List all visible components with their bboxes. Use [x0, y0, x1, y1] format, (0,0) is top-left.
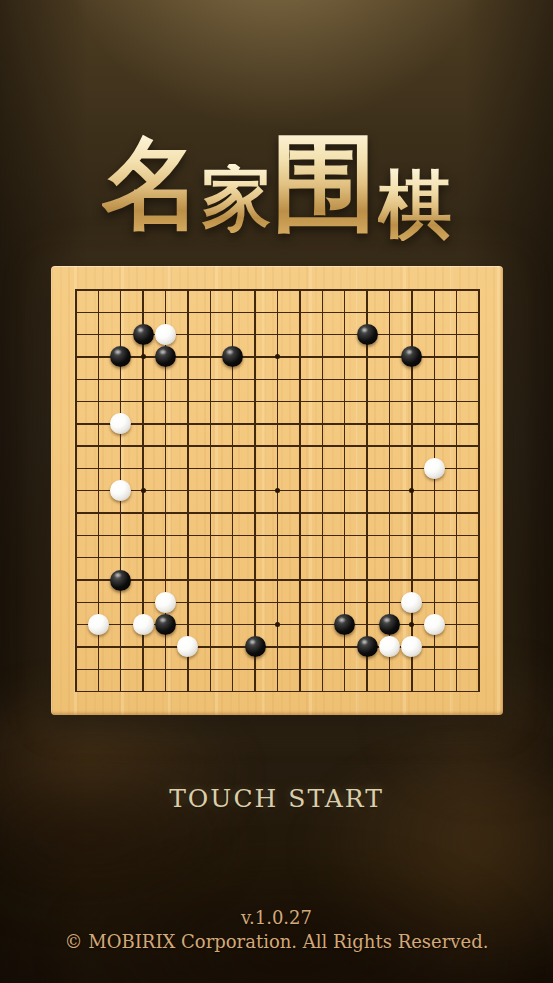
title-char-3: 围 — [272, 130, 378, 234]
star-point — [275, 354, 280, 359]
star-point — [275, 488, 280, 493]
stone-black-d17 — [133, 324, 154, 345]
stone-black-p4 — [379, 614, 400, 635]
title-char-2: 家 — [202, 164, 272, 233]
star-point — [275, 622, 280, 627]
stone-white-c13 — [110, 413, 131, 434]
stone-white-f3 — [177, 636, 198, 657]
stone-white-r4 — [424, 614, 445, 635]
grid-line-horizontal — [75, 669, 479, 670]
grid-line-horizontal — [75, 535, 479, 536]
stone-white-c10 — [110, 480, 131, 501]
stone-white-e5 — [155, 592, 176, 613]
grid-line-vertical — [322, 289, 323, 692]
stone-white-q3 — [401, 636, 422, 657]
copyright-text: © MOBIRIX Corporation. All Rights Reserv… — [0, 931, 553, 952]
grid-line-vertical — [456, 289, 457, 692]
stone-black-o3 — [357, 636, 378, 657]
grid-line-horizontal — [75, 691, 479, 692]
stone-black-c16 — [110, 346, 131, 367]
go-board[interactable] — [51, 266, 503, 715]
grid-line-vertical — [299, 289, 300, 692]
title-char-1: 名 — [102, 134, 202, 232]
touch-start-label[interactable]: TOUCH START — [0, 784, 553, 813]
stone-black-e4 — [155, 614, 176, 635]
stone-white-d4 — [133, 614, 154, 635]
grid-line-horizontal — [75, 557, 479, 558]
grid-line-vertical — [478, 289, 479, 692]
app-title: 名 家 围 棋 — [0, 98, 553, 236]
app-start-screen[interactable]: 名 家 围 棋 TOUCH START v.1.0.27 © MOBIRIX C… — [0, 0, 553, 983]
grid-line-horizontal — [75, 579, 479, 580]
grid-line-horizontal — [75, 512, 479, 513]
stone-black-h16 — [222, 346, 243, 367]
stone-black-c6 — [110, 570, 131, 591]
stone-black-o17 — [357, 324, 378, 345]
star-point — [409, 622, 414, 627]
star-point — [409, 488, 414, 493]
stone-white-e17 — [155, 324, 176, 345]
stone-white-r11 — [424, 458, 445, 479]
stone-black-q16 — [401, 346, 422, 367]
version-text: v.1.0.27 — [0, 907, 553, 928]
stone-white-b4 — [88, 614, 109, 635]
stone-black-n4 — [334, 614, 355, 635]
star-point — [141, 488, 146, 493]
grid-line-vertical — [366, 289, 367, 692]
title-char-4: 棋 — [378, 168, 452, 241]
stone-white-p3 — [379, 636, 400, 657]
star-point — [141, 354, 146, 359]
stone-black-e16 — [155, 346, 176, 367]
stone-white-q5 — [401, 592, 422, 613]
stone-black-j3 — [245, 636, 266, 657]
